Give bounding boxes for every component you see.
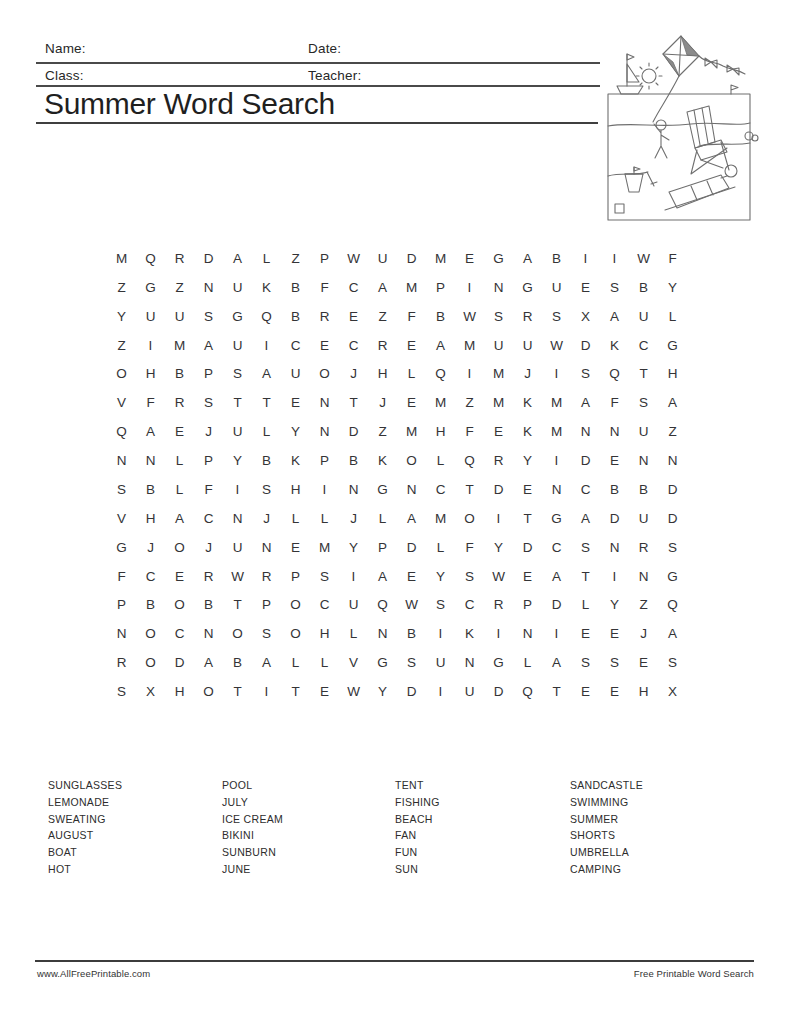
grid-cell-r12c18: I — [600, 562, 629, 591]
beach-scene-illustration — [603, 24, 761, 226]
grid-cell-r11c8: M — [310, 533, 339, 562]
grid-cell-r4c7: C — [281, 331, 310, 360]
grid-cell-r15c14: G — [484, 648, 513, 677]
grid-cell-r13c14: R — [484, 591, 513, 620]
grid-cell-r5c15: J — [513, 360, 542, 389]
grid-cell-r6c17: A — [571, 388, 600, 417]
grid-cell-r1c16: B — [542, 244, 571, 273]
grid-cell-r7c9: D — [339, 417, 368, 446]
grid-cell-r9c2: B — [136, 475, 165, 504]
grid-cell-r10c15: T — [513, 504, 542, 533]
grid-cell-r10c8: L — [310, 504, 339, 533]
grid-cell-r5c12: Q — [426, 360, 455, 389]
word-item: HOT — [48, 861, 122, 878]
grid-cell-r7c13: F — [455, 417, 484, 446]
grid-cell-r16c7: T — [281, 677, 310, 706]
word-item: JUNE — [222, 861, 283, 878]
grid-cell-r13c11: W — [397, 591, 426, 620]
grid-cell-r12c14: W — [484, 562, 513, 591]
grid-cell-r3c19: U — [629, 302, 658, 331]
grid-cell-r8c20: N — [658, 446, 687, 475]
grid-cell-r4c6: I — [252, 331, 281, 360]
grid-cell-r11c1: G — [107, 533, 136, 562]
grid-cell-r10c18: D — [600, 504, 629, 533]
grid-cell-r4c18: K — [600, 331, 629, 360]
grid-cell-r3c8: R — [310, 302, 339, 331]
grid-cell-r6c20: A — [658, 388, 687, 417]
word-item: LEMONADE — [48, 794, 122, 811]
grid-cell-r2c13: I — [455, 273, 484, 302]
word-item: SANDCASTLE — [570, 777, 643, 794]
grid-cell-r1c20: F — [658, 244, 687, 273]
grid-cell-r11c3: O — [165, 533, 194, 562]
grid-cell-r7c7: Y — [281, 417, 310, 446]
grid-cell-r2c3: Z — [165, 273, 194, 302]
grid-cell-r4c20: G — [658, 331, 687, 360]
grid-cell-r15c20: S — [658, 648, 687, 677]
grid-cell-r3c9: E — [339, 302, 368, 331]
grid-cell-r3c3: U — [165, 302, 194, 331]
footer-rule — [35, 960, 754, 962]
grid-cell-r3c16: S — [542, 302, 571, 331]
grid-cell-r2c20: Y — [658, 273, 687, 302]
grid-cell-r14c6: S — [252, 619, 281, 648]
grid-cell-r8c5: Y — [223, 446, 252, 475]
grid-cell-r13c10: Q — [368, 591, 397, 620]
word-item: SUNGLASSES — [48, 777, 122, 794]
grid-cell-r6c18: F — [600, 388, 629, 417]
grid-cell-r14c1: N — [107, 619, 136, 648]
word-list: SUNGLASSESLEMONADESWEATINGAUGUSTBOATHOTP… — [0, 777, 791, 887]
grid-cell-r7c8: N — [310, 417, 339, 446]
grid-cell-r16c20: X — [658, 677, 687, 706]
grid-cell-r6c13: Z — [455, 388, 484, 417]
word-item: BIKINI — [222, 827, 283, 844]
grid-cell-r11c6: N — [252, 533, 281, 562]
grid-cell-r8c8: P — [310, 446, 339, 475]
grid-cell-r2c10: A — [368, 273, 397, 302]
beach-scene-svg — [603, 24, 761, 226]
grid-cell-r4c1: Z — [107, 331, 136, 360]
grid-cell-r5c17: S — [571, 360, 600, 389]
grid-cell-r10c3: A — [165, 504, 194, 533]
grid-cell-r15c17: S — [571, 648, 600, 677]
grid-cell-r3c6: Q — [252, 302, 281, 331]
grid-cell-r16c6: I — [252, 677, 281, 706]
grid-cell-r5c13: I — [455, 360, 484, 389]
grid-cell-r14c7: O — [281, 619, 310, 648]
grid-cell-r2c11: M — [397, 273, 426, 302]
grid-cell-r8c15: Y — [513, 446, 542, 475]
page-title: Summer Word Search — [44, 87, 335, 121]
grid-cell-r11c19: R — [629, 533, 658, 562]
grid-cell-r4c10: R — [368, 331, 397, 360]
grid-cell-r10c14: I — [484, 504, 513, 533]
grid-cell-r6c15: K — [513, 388, 542, 417]
grid-cell-r2c6: K — [252, 273, 281, 302]
grid-cell-r6c5: T — [223, 388, 252, 417]
grid-cell-r12c20: G — [658, 562, 687, 591]
grid-cell-r13c17: L — [571, 591, 600, 620]
grid-cell-r10c13: O — [455, 504, 484, 533]
grid-cell-r7c16: M — [542, 417, 571, 446]
grid-cell-r10c20: D — [658, 504, 687, 533]
grid-cell-r6c14: M — [484, 388, 513, 417]
grid-cell-r13c3: O — [165, 591, 194, 620]
grid-cell-r11c9: Y — [339, 533, 368, 562]
grid-cell-r15c3: D — [165, 648, 194, 677]
grid-cell-r9c6: S — [252, 475, 281, 504]
grid-cell-r14c18: E — [600, 619, 629, 648]
grid-cell-r7c15: K — [513, 417, 542, 446]
grid-cell-r15c19: E — [629, 648, 658, 677]
word-item: SUMMER — [570, 811, 643, 828]
word-item: SUNBURN — [222, 844, 283, 861]
grid-cell-r2c1: Z — [107, 273, 136, 302]
grid-cell-r7c17: N — [571, 417, 600, 446]
grid-cell-r13c15: P — [513, 591, 542, 620]
grid-cell-r6c10: J — [368, 388, 397, 417]
grid-cell-r5c20: H — [658, 360, 687, 389]
grid-cell-r4c5: U — [223, 331, 252, 360]
grid-cell-r10c5: N — [223, 504, 252, 533]
word-list-column-4: SANDCASTLESWIMMINGSUMMERSHORTSUMBRELLACA… — [570, 777, 643, 878]
grid-cell-r3c5: G — [223, 302, 252, 331]
grid-cell-r2c4: N — [194, 273, 223, 302]
grid-cell-r16c5: T — [223, 677, 252, 706]
grid-cell-r13c6: P — [252, 591, 281, 620]
grid-cell-r10c11: A — [397, 504, 426, 533]
grid-cell-r8c17: D — [571, 446, 600, 475]
grid-cell-r7c1: Q — [107, 417, 136, 446]
grid-cell-r14c16: I — [542, 619, 571, 648]
grid-cell-r12c15: E — [513, 562, 542, 591]
grid-cell-r12c6: R — [252, 562, 281, 591]
grid-cell-r1c11: D — [397, 244, 426, 273]
grid-cell-r8c10: K — [368, 446, 397, 475]
grid-cell-r12c13: S — [455, 562, 484, 591]
footer-caption-text: Free Printable Word Search — [634, 968, 754, 979]
grid-cell-r12c9: I — [339, 562, 368, 591]
word-item: ICE CREAM — [222, 811, 283, 828]
grid-cell-r16c10: Y — [368, 677, 397, 706]
grid-cell-r1c1: M — [107, 244, 136, 273]
grid-cell-r14c5: O — [223, 619, 252, 648]
grid-cell-r7c2: A — [136, 417, 165, 446]
grid-cell-r15c15: L — [513, 648, 542, 677]
grid-cell-r11c11: D — [397, 533, 426, 562]
grid-cell-r15c1: R — [107, 648, 136, 677]
grid-cell-r11c5: U — [223, 533, 252, 562]
grid-cell-r8c9: B — [339, 446, 368, 475]
grid-cell-r3c1: Y — [107, 302, 136, 331]
grid-cell-r15c5: B — [223, 648, 252, 677]
grid-cell-r1c3: R — [165, 244, 194, 273]
grid-cell-r6c4: S — [194, 388, 223, 417]
grid-cell-r12c3: E — [165, 562, 194, 591]
grid-cell-r11c20: S — [658, 533, 687, 562]
grid-cell-r9c19: B — [629, 475, 658, 504]
grid-cell-r9c10: G — [368, 475, 397, 504]
grid-cell-r5c10: H — [368, 360, 397, 389]
grid-cell-r2c14: N — [484, 273, 513, 302]
grid-cell-r11c7: E — [281, 533, 310, 562]
grid-cell-r1c8: P — [310, 244, 339, 273]
grid-cell-r2c7: B — [281, 273, 310, 302]
grid-cell-r9c14: D — [484, 475, 513, 504]
grid-cell-r11c12: L — [426, 533, 455, 562]
grid-cell-r6c19: S — [629, 388, 658, 417]
grid-cell-r10c7: L — [281, 504, 310, 533]
grid-cell-r11c13: F — [455, 533, 484, 562]
beach-chair-icon — [687, 106, 729, 174]
grid-cell-r10c6: J — [252, 504, 281, 533]
grid-cell-r1c5: A — [223, 244, 252, 273]
grid-cell-r6c9: T — [339, 388, 368, 417]
grid-cell-r10c4: C — [194, 504, 223, 533]
grid-cell-r14c9: L — [339, 619, 368, 648]
title-rule — [36, 122, 598, 124]
grid-cell-r13c9: U — [339, 591, 368, 620]
grid-cell-r11c15: D — [513, 533, 542, 562]
grid-cell-r16c15: Q — [513, 677, 542, 706]
grid-cell-r8c3: L — [165, 446, 194, 475]
grid-cell-r15c9: V — [339, 648, 368, 677]
grid-cell-r14c2: O — [136, 619, 165, 648]
grid-cell-r11c14: Y — [484, 533, 513, 562]
grid-cell-r15c10: G — [368, 648, 397, 677]
grid-cell-r13c12: S — [426, 591, 455, 620]
grid-cell-r4c13: M — [455, 331, 484, 360]
footer-site-text: www.AllFreePrintable.com — [37, 968, 150, 979]
grid-cell-r14c13: K — [455, 619, 484, 648]
word-search-grid: MQRDALZPWUDMEGABIIWFZGZNUKBFCAMPINGUESBY… — [107, 244, 687, 706]
grid-cell-r5c18: Q — [600, 360, 629, 389]
grid-cell-r12c2: C — [136, 562, 165, 591]
grid-cell-r10c12: M — [426, 504, 455, 533]
grid-cell-r16c1: S — [107, 677, 136, 706]
grid-cell-r13c18: Y — [600, 591, 629, 620]
grid-cell-r12c10: A — [368, 562, 397, 591]
grid-cell-r2c17: E — [571, 273, 600, 302]
grid-cell-r5c1: O — [107, 360, 136, 389]
grid-cell-r9c4: F — [194, 475, 223, 504]
grid-cell-r15c6: A — [252, 648, 281, 677]
grid-cell-r4c16: W — [542, 331, 571, 360]
grid-cell-r5c4: P — [194, 360, 223, 389]
grid-cell-r1c17: I — [571, 244, 600, 273]
grid-cell-r13c7: O — [281, 591, 310, 620]
scene-frame — [608, 85, 758, 220]
grid-cell-r9c8: I — [310, 475, 339, 504]
worksheet-page: Name: Date: Class: Teacher: Summer Word … — [0, 0, 791, 1024]
grid-cell-r12c19: N — [629, 562, 658, 591]
grid-cell-r4c17: D — [571, 331, 600, 360]
grid-cell-r16c16: T — [542, 677, 571, 706]
grid-cell-r4c4: A — [194, 331, 223, 360]
grid-cell-r7c6: L — [252, 417, 281, 446]
grid-cell-r3c17: X — [571, 302, 600, 331]
grid-cell-r2c19: B — [629, 273, 658, 302]
grid-cell-r14c10: N — [368, 619, 397, 648]
grid-cell-r11c4: J — [194, 533, 223, 562]
word-list-column-2: POOLJULYICE CREAMBIKINISUNBURNJUNE — [222, 777, 283, 878]
grid-cell-r5c7: U — [281, 360, 310, 389]
grid-cell-r8c11: O — [397, 446, 426, 475]
lounging-person-icon — [665, 165, 737, 210]
grid-cell-r9c15: E — [513, 475, 542, 504]
grid-cell-r6c6: T — [252, 388, 281, 417]
grid-cell-r6c3: R — [165, 388, 194, 417]
grid-cell-r4c11: E — [397, 331, 426, 360]
grid-cell-r13c1: P — [107, 591, 136, 620]
word-item: FAN — [395, 827, 440, 844]
date-label: Date: — [308, 41, 341, 56]
grid-cell-r5c3: B — [165, 360, 194, 389]
grid-cell-r10c1: V — [107, 504, 136, 533]
grid-cell-r5c14: M — [484, 360, 513, 389]
grid-cell-r7c11: M — [397, 417, 426, 446]
grid-cell-r7c5: U — [223, 417, 252, 446]
grid-cell-r2c9: C — [339, 273, 368, 302]
grid-cell-r11c17: S — [571, 533, 600, 562]
grid-cell-r3c15: R — [513, 302, 542, 331]
grid-cell-r13c19: Z — [629, 591, 658, 620]
grid-cell-r9c13: T — [455, 475, 484, 504]
word-item: BEACH — [395, 811, 440, 828]
grid-cell-r14c12: I — [426, 619, 455, 648]
word-item: SWIMMING — [570, 794, 643, 811]
grid-cell-r1c13: E — [455, 244, 484, 273]
grid-cell-r15c18: S — [600, 648, 629, 677]
grid-cell-r16c13: U — [455, 677, 484, 706]
grid-cell-r8c1: N — [107, 446, 136, 475]
grid-cell-r1c14: G — [484, 244, 513, 273]
grid-cell-r15c7: L — [281, 648, 310, 677]
grid-cell-r15c4: A — [194, 648, 223, 677]
grid-cell-r7c20: Z — [658, 417, 687, 446]
word-item: SWEATING — [48, 811, 122, 828]
grid-cell-r5c8: O — [310, 360, 339, 389]
grid-cell-r16c9: W — [339, 677, 368, 706]
grid-cell-r15c13: N — [455, 648, 484, 677]
grid-cell-r10c17: A — [571, 504, 600, 533]
grid-cell-r8c12: L — [426, 446, 455, 475]
word-item: BOAT — [48, 844, 122, 861]
grid-cell-r13c16: D — [542, 591, 571, 620]
grid-cell-r16c4: O — [194, 677, 223, 706]
grid-cell-r6c16: M — [542, 388, 571, 417]
grid-cell-r9c18: B — [600, 475, 629, 504]
grid-cell-r8c14: R — [484, 446, 513, 475]
word-list-column-3: TENTFISHINGBEACHFANFUNSUN — [395, 777, 440, 878]
grid-cell-r6c11: E — [397, 388, 426, 417]
grid-cell-r9c1: S — [107, 475, 136, 504]
grid-cell-r5c11: L — [397, 360, 426, 389]
grid-cell-r7c18: N — [600, 417, 629, 446]
grid-cell-r4c14: U — [484, 331, 513, 360]
grid-cell-r14c17: E — [571, 619, 600, 648]
grid-cell-r1c19: W — [629, 244, 658, 273]
grid-cell-r1c15: A — [513, 244, 542, 273]
grid-cell-r5c5: S — [223, 360, 252, 389]
grid-cell-r12c7: P — [281, 562, 310, 591]
grid-cell-r12c12: Y — [426, 562, 455, 591]
grid-cell-r14c20: A — [658, 619, 687, 648]
grid-cell-r3c4: S — [194, 302, 223, 331]
grid-cell-r4c9: C — [339, 331, 368, 360]
grid-cell-r8c6: B — [252, 446, 281, 475]
grid-cell-r8c7: K — [281, 446, 310, 475]
grid-cell-r4c8: E — [310, 331, 339, 360]
grid-cell-r12c11: E — [397, 562, 426, 591]
grid-cell-r13c2: B — [136, 591, 165, 620]
grid-cell-r5c6: A — [252, 360, 281, 389]
grid-cell-r9c5: I — [223, 475, 252, 504]
grid-cell-r10c9: J — [339, 504, 368, 533]
grid-cell-r11c2: J — [136, 533, 165, 562]
grid-cell-r9c16: N — [542, 475, 571, 504]
grid-cell-r16c3: H — [165, 677, 194, 706]
word-item: AUGUST — [48, 827, 122, 844]
grid-cell-r2c16: U — [542, 273, 571, 302]
grid-cell-r10c16: G — [542, 504, 571, 533]
grid-cell-r4c12: A — [426, 331, 455, 360]
grid-cell-r16c17: E — [571, 677, 600, 706]
grid-cell-r15c12: U — [426, 648, 455, 677]
grid-cell-r15c8: L — [310, 648, 339, 677]
word-item: JULY — [222, 794, 283, 811]
grid-cell-r16c8: E — [310, 677, 339, 706]
grid-cell-r7c19: U — [629, 417, 658, 446]
grid-cell-r15c2: O — [136, 648, 165, 677]
word-item: FUN — [395, 844, 440, 861]
grid-cell-r12c1: F — [107, 562, 136, 591]
grid-cell-r13c13: C — [455, 591, 484, 620]
grid-cell-r1c4: D — [194, 244, 223, 273]
grid-cell-r1c10: U — [368, 244, 397, 273]
name-label: Name: — [45, 41, 86, 56]
grid-cell-r12c16: A — [542, 562, 571, 591]
grid-cell-r6c7: E — [281, 388, 310, 417]
grid-cell-r13c8: C — [310, 591, 339, 620]
grid-cell-r8c18: E — [600, 446, 629, 475]
grid-cell-r16c19: H — [629, 677, 658, 706]
grid-cell-r16c11: D — [397, 677, 426, 706]
grid-cell-r2c12: P — [426, 273, 455, 302]
grid-cell-r7c10: Z — [368, 417, 397, 446]
grid-cell-r6c8: N — [310, 388, 339, 417]
sailboat-icon — [617, 54, 643, 94]
grid-cell-r7c12: H — [426, 417, 455, 446]
grid-cell-r12c4: R — [194, 562, 223, 591]
grid-cell-r7c14: E — [484, 417, 513, 446]
grid-cell-r7c3: E — [165, 417, 194, 446]
grid-cell-r10c19: U — [629, 504, 658, 533]
grid-cell-r16c12: I — [426, 677, 455, 706]
grid-cell-r12c8: S — [310, 562, 339, 591]
grid-cell-r4c19: C — [629, 331, 658, 360]
grid-cell-r8c4: P — [194, 446, 223, 475]
grid-cell-r2c5: U — [223, 273, 252, 302]
grid-cell-r9c20: D — [658, 475, 687, 504]
grid-cell-r9c3: L — [165, 475, 194, 504]
grid-cell-r14c4: N — [194, 619, 223, 648]
grid-cell-r9c9: N — [339, 475, 368, 504]
grid-cell-r2c8: F — [310, 273, 339, 302]
grid-cell-r9c12: C — [426, 475, 455, 504]
grid-cell-r5c9: J — [339, 360, 368, 389]
